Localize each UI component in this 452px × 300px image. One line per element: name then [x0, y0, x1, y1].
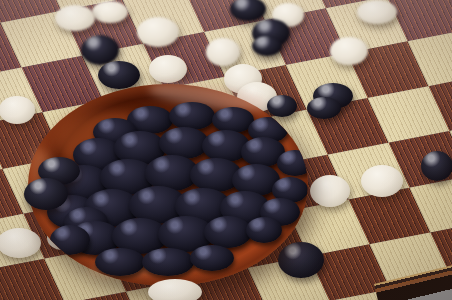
bowl-black-stone[interactable] — [246, 217, 282, 243]
bowl-black-stone[interactable] — [95, 248, 145, 276]
bowl-black-stone[interactable] — [190, 245, 234, 271]
bowl-black-stone[interactable] — [142, 248, 194, 276]
photo-scene — [0, 0, 452, 300]
bowl-black-stone[interactable] — [204, 216, 252, 248]
bowl-black-stone[interactable] — [169, 102, 215, 130]
bowl-stones-layer — [28, 84, 308, 286]
